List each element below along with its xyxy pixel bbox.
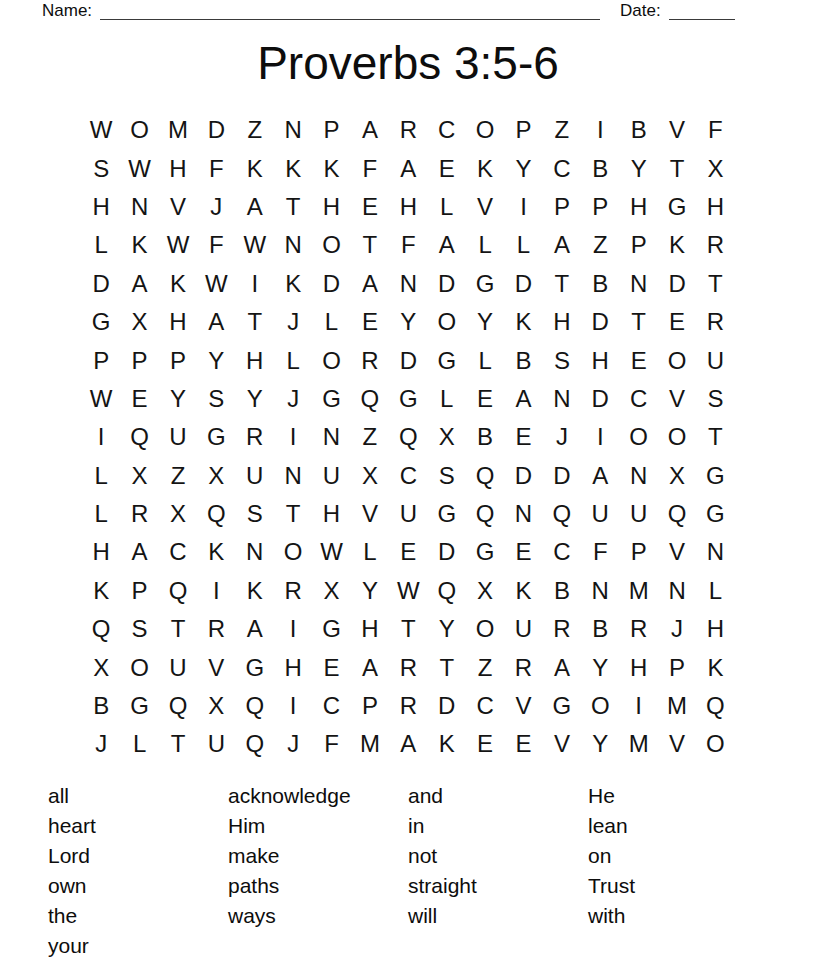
grid-cell-r9c1[interactable]: I	[82, 418, 120, 456]
word-item: and	[408, 781, 588, 811]
grid-cell-r12c8[interactable]: L	[351, 533, 389, 571]
grid-cell-r2c14[interactable]: B	[581, 149, 619, 187]
name-write-in-line	[100, 4, 600, 20]
grid-cell-r9c7[interactable]: N	[312, 418, 350, 456]
grid-cell-r6c3[interactable]: H	[159, 303, 197, 341]
grid-cell-r10c16[interactable]: X	[658, 457, 696, 495]
grid-cell-r15c3[interactable]: U	[159, 648, 197, 686]
grid-cell-r3c17[interactable]: H	[696, 188, 734, 226]
grid-cell-r16c13[interactable]: G	[543, 687, 581, 725]
grid-cell-r15c9[interactable]: R	[389, 648, 427, 686]
grid-cell-r8c4[interactable]: S	[197, 380, 235, 418]
grid-cell-r16c17[interactable]: Q	[696, 687, 734, 725]
grid-cell-r17c10[interactable]: K	[428, 725, 466, 763]
grid-cell-r15c14[interactable]: Y	[581, 648, 619, 686]
grid-cell-r8c10[interactable]: L	[428, 380, 466, 418]
grid-cell-r12c15[interactable]: P	[619, 533, 657, 571]
grid-cell-r13c17[interactable]: L	[696, 572, 734, 610]
grid-cell-r5c6[interactable]: K	[274, 265, 312, 303]
grid-cell-r13c1[interactable]: K	[82, 572, 120, 610]
grid-cell-r17c14[interactable]: Y	[581, 725, 619, 763]
grid-cell-r1c2[interactable]: O	[120, 111, 158, 149]
grid-cell-r2c17[interactable]: X	[696, 149, 734, 187]
grid-cell-r16c8[interactable]: P	[351, 687, 389, 725]
grid-cell-r5c9[interactable]: N	[389, 265, 427, 303]
grid-cell-r9c9[interactable]: Q	[389, 418, 427, 456]
grid-cell-r7c5[interactable]: H	[236, 341, 274, 379]
grid-cell-r13c9[interactable]: W	[389, 572, 427, 610]
grid-cell-r9c14[interactable]: I	[581, 418, 619, 456]
grid-cell-r2c8[interactable]: F	[351, 149, 389, 187]
grid-cell-r7c16[interactable]: O	[658, 341, 696, 379]
grid-cell-r1c3[interactable]: M	[159, 111, 197, 149]
grid-cell-r4c4[interactable]: F	[197, 226, 235, 264]
grid-cell-r1c1[interactable]: W	[82, 111, 120, 149]
grid-cell-r15c13[interactable]: A	[543, 648, 581, 686]
grid-cell-r16c14[interactable]: O	[581, 687, 619, 725]
grid-cell-r1c11[interactable]: O	[466, 111, 504, 149]
grid-cell-r3c5[interactable]: A	[236, 188, 274, 226]
grid-cell-r10c11[interactable]: Q	[466, 457, 504, 495]
grid-cell-r10c2[interactable]: X	[120, 457, 158, 495]
grid-cell-r1c16[interactable]: V	[658, 111, 696, 149]
grid-cell-r5c7[interactable]: D	[312, 265, 350, 303]
grid-cell-r11c10[interactable]: G	[428, 495, 466, 533]
grid-cell-r12c3[interactable]: C	[159, 533, 197, 571]
grid-cell-r2c3[interactable]: H	[159, 149, 197, 187]
grid-cell-r5c10[interactable]: D	[428, 265, 466, 303]
grid-cell-r14c12[interactable]: U	[504, 610, 542, 648]
grid-cell-r2c6[interactable]: K	[274, 149, 312, 187]
grid-cell-r13c14[interactable]: N	[581, 572, 619, 610]
grid-cell-r3c1[interactable]: H	[82, 188, 120, 226]
grid-cell-r6c4[interactable]: A	[197, 303, 235, 341]
grid-cell-r8c3[interactable]: Y	[159, 380, 197, 418]
grid-cell-r14c8[interactable]: H	[351, 610, 389, 648]
grid-cell-r14c9[interactable]: T	[389, 610, 427, 648]
grid-cell-r8c15[interactable]: C	[619, 380, 657, 418]
grid-cell-r8c8[interactable]: Q	[351, 380, 389, 418]
grid-cell-r14c17[interactable]: H	[696, 610, 734, 648]
word-item: your	[48, 931, 228, 957]
grid-cell-r14c6[interactable]: I	[274, 610, 312, 648]
grid-cell-r11c13[interactable]: Q	[543, 495, 581, 533]
grid-cell-r11c16[interactable]: Q	[658, 495, 696, 533]
grid-cell-r3c12[interactable]: I	[504, 188, 542, 226]
grid-cell-r13c15[interactable]: M	[619, 572, 657, 610]
grid-cell-r6c13[interactable]: H	[543, 303, 581, 341]
grid-cell-r14c1[interactable]: Q	[82, 610, 120, 648]
grid-cell-r4c6[interactable]: N	[274, 226, 312, 264]
grid-cell-r5c14[interactable]: B	[581, 265, 619, 303]
grid-cell-r5c11[interactable]: G	[466, 265, 504, 303]
grid-cell-r13c3[interactable]: Q	[159, 572, 197, 610]
grid-cell-r7c11[interactable]: L	[466, 341, 504, 379]
grid-cell-r17c12[interactable]: E	[504, 725, 542, 763]
grid-cell-r4c1[interactable]: L	[82, 226, 120, 264]
grid-cell-r15c10[interactable]: T	[428, 648, 466, 686]
grid-cell-r15c15[interactable]: H	[619, 648, 657, 686]
grid-cell-r3c15[interactable]: H	[619, 188, 657, 226]
grid-cell-r5c12[interactable]: D	[504, 265, 542, 303]
grid-cell-r6c2[interactable]: X	[120, 303, 158, 341]
grid-cell-r13c2[interactable]: P	[120, 572, 158, 610]
grid-cell-r1c10[interactable]: C	[428, 111, 466, 149]
grid-cell-r5c16[interactable]: D	[658, 265, 696, 303]
grid-cell-r2c5[interactable]: K	[236, 149, 274, 187]
grid-cell-r9c16[interactable]: O	[658, 418, 696, 456]
grid-cell-r8c7[interactable]: G	[312, 380, 350, 418]
grid-cell-r3c9[interactable]: H	[389, 188, 427, 226]
grid-cell-r3c8[interactable]: E	[351, 188, 389, 226]
grid-cell-r10c13[interactable]: D	[543, 457, 581, 495]
grid-cell-r11c14[interactable]: U	[581, 495, 619, 533]
grid-cell-r13c16[interactable]: N	[658, 572, 696, 610]
grid-cell-r9c3[interactable]: U	[159, 418, 197, 456]
grid-cell-r11c2[interactable]: R	[120, 495, 158, 533]
grid-cell-r12c6[interactable]: O	[274, 533, 312, 571]
grid-cell-r8c1[interactable]: W	[82, 380, 120, 418]
grid-cell-r17c13[interactable]: V	[543, 725, 581, 763]
grid-cell-r4c13[interactable]: A	[543, 226, 581, 264]
grid-cell-r2c9[interactable]: A	[389, 149, 427, 187]
grid-cell-r3c11[interactable]: V	[466, 188, 504, 226]
grid-cell-r16c6[interactable]: I	[274, 687, 312, 725]
grid-cell-r5c4[interactable]: W	[197, 265, 235, 303]
grid-cell-r9c11[interactable]: B	[466, 418, 504, 456]
grid-cell-r4c7[interactable]: O	[312, 226, 350, 264]
grid-cell-r17c5[interactable]: Q	[236, 725, 274, 763]
word-item: paths	[228, 871, 408, 901]
grid-cell-r17c9[interactable]: A	[389, 725, 427, 763]
grid-cell-r12c14[interactable]: F	[581, 533, 619, 571]
grid-cell-r5c17[interactable]: T	[696, 265, 734, 303]
grid-cell-r6c10[interactable]: O	[428, 303, 466, 341]
grid-cell-r6c6[interactable]: J	[274, 303, 312, 341]
grid-cell-r4c11[interactable]: L	[466, 226, 504, 264]
grid-cell-r10c9[interactable]: C	[389, 457, 427, 495]
grid-cell-r11c4[interactable]: Q	[197, 495, 235, 533]
grid-cell-r14c15[interactable]: R	[619, 610, 657, 648]
name-label: Name:	[42, 2, 92, 20]
grid-cell-r3c16[interactable]: G	[658, 188, 696, 226]
grid-cell-r2c16[interactable]: T	[658, 149, 696, 187]
grid-cell-r17c6[interactable]: J	[274, 725, 312, 763]
grid-cell-r14c11[interactable]: O	[466, 610, 504, 648]
grid-cell-r2c11[interactable]: K	[466, 149, 504, 187]
grid-cell-r10c3[interactable]: Z	[159, 457, 197, 495]
grid-cell-r1c14[interactable]: I	[581, 111, 619, 149]
grid-cell-r7c15[interactable]: E	[619, 341, 657, 379]
grid-cell-r15c17[interactable]: K	[696, 648, 734, 686]
grid-cell-r11c12[interactable]: N	[504, 495, 542, 533]
grid-cell-r14c5[interactable]: A	[236, 610, 274, 648]
grid-cell-r14c10[interactable]: Y	[428, 610, 466, 648]
grid-cell-r16c9[interactable]: R	[389, 687, 427, 725]
grid-cell-r16c15[interactable]: I	[619, 687, 657, 725]
grid-cell-r10c14[interactable]: A	[581, 457, 619, 495]
grid-cell-r16c10[interactable]: D	[428, 687, 466, 725]
grid-cell-r15c12[interactable]: R	[504, 648, 542, 686]
grid-cell-r12c16[interactable]: V	[658, 533, 696, 571]
grid-cell-r2c12[interactable]: Y	[504, 149, 542, 187]
grid-cell-r7c7[interactable]: O	[312, 341, 350, 379]
grid-cell-r4c2[interactable]: K	[120, 226, 158, 264]
grid-cell-r2c15[interactable]: Y	[619, 149, 657, 187]
grid-cell-r4c12[interactable]: L	[504, 226, 542, 264]
grid-cell-r8c16[interactable]: V	[658, 380, 696, 418]
grid-cell-r5c5[interactable]: I	[236, 265, 274, 303]
grid-cell-r10c15[interactable]: N	[619, 457, 657, 495]
grid-cell-r7c2[interactable]: P	[120, 341, 158, 379]
grid-cell-r13c7[interactable]: X	[312, 572, 350, 610]
grid-cell-r9c4[interactable]: G	[197, 418, 235, 456]
grid-cell-r17c2[interactable]: L	[120, 725, 158, 763]
grid-cell-r7c12[interactable]: B	[504, 341, 542, 379]
grid-cell-r6c7[interactable]: L	[312, 303, 350, 341]
grid-cell-r14c16[interactable]: J	[658, 610, 696, 648]
grid-cell-r13c6[interactable]: R	[274, 572, 312, 610]
grid-cell-r16c4[interactable]: X	[197, 687, 235, 725]
grid-cell-r13c8[interactable]: Y	[351, 572, 389, 610]
grid-cell-r8c17[interactable]: S	[696, 380, 734, 418]
grid-cell-r2c4[interactable]: F	[197, 149, 235, 187]
grid-cell-r16c12[interactable]: V	[504, 687, 542, 725]
grid-cell-r5c2[interactable]: A	[120, 265, 158, 303]
grid-cell-r3c2[interactable]: N	[120, 188, 158, 226]
grid-cell-r8c11[interactable]: E	[466, 380, 504, 418]
grid-cell-r3c10[interactable]: L	[428, 188, 466, 226]
grid-cell-r14c2[interactable]: S	[120, 610, 158, 648]
grid-cell-r9c12[interactable]: E	[504, 418, 542, 456]
grid-cell-r1c7[interactable]: P	[312, 111, 350, 149]
grid-cell-r5c3[interactable]: K	[159, 265, 197, 303]
grid-cell-r8c2[interactable]: E	[120, 380, 158, 418]
grid-cell-r8c6[interactable]: J	[274, 380, 312, 418]
grid-cell-r1c13[interactable]: Z	[543, 111, 581, 149]
grid-cell-r13c4[interactable]: I	[197, 572, 235, 610]
grid-cell-r10c17[interactable]: G	[696, 457, 734, 495]
grid-cell-r6c11[interactable]: Y	[466, 303, 504, 341]
grid-cell-r14c7[interactable]: G	[312, 610, 350, 648]
grid-cell-r1c9[interactable]: R	[389, 111, 427, 149]
grid-cell-r16c7[interactable]: C	[312, 687, 350, 725]
grid-cell-r7c1[interactable]: P	[82, 341, 120, 379]
grid-cell-r3c4[interactable]: J	[197, 188, 235, 226]
grid-cell-r8c13[interactable]: N	[543, 380, 581, 418]
grid-cell-r8c9[interactable]: G	[389, 380, 427, 418]
grid-cell-r15c8[interactable]: A	[351, 648, 389, 686]
grid-cell-r9c5[interactable]: R	[236, 418, 274, 456]
grid-cell-r1c12[interactable]: P	[504, 111, 542, 149]
grid-cell-r15c11[interactable]: Z	[466, 648, 504, 686]
grid-cell-r2c13[interactable]: C	[543, 149, 581, 187]
grid-cell-r16c16[interactable]: M	[658, 687, 696, 725]
grid-cell-r17c15[interactable]: M	[619, 725, 657, 763]
grid-cell-r4c10[interactable]: A	[428, 226, 466, 264]
grid-cell-r2c7[interactable]: K	[312, 149, 350, 187]
grid-cell-r3c13[interactable]: P	[543, 188, 581, 226]
grid-cell-r12c5[interactable]: N	[236, 533, 274, 571]
word-item: He	[588, 781, 768, 811]
grid-cell-r6c15[interactable]: T	[619, 303, 657, 341]
grid-cell-r9c2[interactable]: Q	[120, 418, 158, 456]
grid-cell-r1c6[interactable]: N	[274, 111, 312, 149]
grid-cell-r8c12[interactable]: A	[504, 380, 542, 418]
word-list-column-4: HeleanonTrustwith	[588, 781, 768, 957]
grid-cell-r15c5[interactable]: G	[236, 648, 274, 686]
grid-cell-r13c12[interactable]: K	[504, 572, 542, 610]
grid-cell-r7c4[interactable]: Y	[197, 341, 235, 379]
grid-cell-r15c6[interactable]: H	[274, 648, 312, 686]
grid-cell-r2c10[interactable]: E	[428, 149, 466, 187]
grid-cell-r1c15[interactable]: B	[619, 111, 657, 149]
grid-cell-r3c6[interactable]: T	[274, 188, 312, 226]
grid-cell-r9c10[interactable]: X	[428, 418, 466, 456]
grid-cell-r10c6[interactable]: N	[274, 457, 312, 495]
grid-cell-r6c14[interactable]: D	[581, 303, 619, 341]
grid-cell-r12c7[interactable]: W	[312, 533, 350, 571]
grid-cell-r17c8[interactable]: M	[351, 725, 389, 763]
grid-cell-r16c1[interactable]: B	[82, 687, 120, 725]
grid-cell-r7c8[interactable]: R	[351, 341, 389, 379]
grid-cell-r4c3[interactable]: W	[159, 226, 197, 264]
grid-cell-r8c5[interactable]: Y	[236, 380, 274, 418]
grid-cell-r12c1[interactable]: H	[82, 533, 120, 571]
grid-cell-r16c11[interactable]: C	[466, 687, 504, 725]
grid-cell-r11c3[interactable]: X	[159, 495, 197, 533]
grid-cell-r7c3[interactable]: P	[159, 341, 197, 379]
grid-cell-r4c16[interactable]: K	[658, 226, 696, 264]
grid-cell-r15c7[interactable]: E	[312, 648, 350, 686]
grid-cell-r11c7[interactable]: H	[312, 495, 350, 533]
grid-cell-r4c17[interactable]: R	[696, 226, 734, 264]
grid-cell-r17c11[interactable]: E	[466, 725, 504, 763]
grid-cell-r5c13[interactable]: T	[543, 265, 581, 303]
grid-cell-r1c4[interactable]: D	[197, 111, 235, 149]
grid-cell-r1c17[interactable]: F	[696, 111, 734, 149]
grid-cell-r8c14[interactable]: D	[581, 380, 619, 418]
grid-cell-r17c3[interactable]: T	[159, 725, 197, 763]
grid-cell-r14c14[interactable]: B	[581, 610, 619, 648]
grid-cell-r5c15[interactable]: N	[619, 265, 657, 303]
grid-cell-r7c14[interactable]: H	[581, 341, 619, 379]
grid-cell-r11c9[interactable]: U	[389, 495, 427, 533]
grid-cell-r12c11[interactable]: G	[466, 533, 504, 571]
grid-cell-r11c15[interactable]: U	[619, 495, 657, 533]
grid-cell-r7c13[interactable]: S	[543, 341, 581, 379]
grid-cell-r15c16[interactable]: P	[658, 648, 696, 686]
grid-cell-r10c8[interactable]: X	[351, 457, 389, 495]
grid-cell-r11c6[interactable]: T	[274, 495, 312, 533]
grid-cell-r14c13[interactable]: R	[543, 610, 581, 648]
grid-cell-r10c7[interactable]: U	[312, 457, 350, 495]
grid-cell-r2c2[interactable]: W	[120, 149, 158, 187]
grid-cell-r17c17[interactable]: O	[696, 725, 734, 763]
grid-cell-r11c1[interactable]: L	[82, 495, 120, 533]
grid-cell-r17c1[interactable]: J	[82, 725, 120, 763]
grid-cell-r3c14[interactable]: P	[581, 188, 619, 226]
grid-cell-r10c12[interactable]: D	[504, 457, 542, 495]
grid-cell-r16c2[interactable]: G	[120, 687, 158, 725]
grid-cell-r4c5[interactable]: W	[236, 226, 274, 264]
grid-cell-r7c9[interactable]: D	[389, 341, 427, 379]
grid-cell-r15c4[interactable]: V	[197, 648, 235, 686]
grid-cell-r9c17[interactable]: T	[696, 418, 734, 456]
grid-cell-r10c1[interactable]: L	[82, 457, 120, 495]
grid-cell-r10c10[interactable]: S	[428, 457, 466, 495]
grid-cell-r11c11[interactable]: Q	[466, 495, 504, 533]
grid-cell-r2c1[interactable]: S	[82, 149, 120, 187]
grid-cell-r13c5[interactable]: K	[236, 572, 274, 610]
grid-cell-r11c8[interactable]: V	[351, 495, 389, 533]
grid-cell-r15c1[interactable]: X	[82, 648, 120, 686]
worksheet-header: Name: Date:	[42, 0, 745, 20]
grid-cell-r12c13[interactable]: C	[543, 533, 581, 571]
grid-cell-r3c7[interactable]: H	[312, 188, 350, 226]
grid-cell-r4c8[interactable]: T	[351, 226, 389, 264]
grid-cell-r7c10[interactable]: G	[428, 341, 466, 379]
grid-cell-r6c12[interactable]: K	[504, 303, 542, 341]
grid-cell-r5c1[interactable]: D	[82, 265, 120, 303]
grid-cell-r4c9[interactable]: F	[389, 226, 427, 264]
grid-cell-r6c16[interactable]: E	[658, 303, 696, 341]
word-list-column-2: acknowledgeHimmakepathsways	[228, 781, 408, 957]
grid-cell-r12c12[interactable]: E	[504, 533, 542, 571]
word-item: will	[408, 901, 588, 931]
grid-cell-r9c6[interactable]: I	[274, 418, 312, 456]
grid-cell-r9c15[interactable]: O	[619, 418, 657, 456]
grid-cell-r6c1[interactable]: G	[82, 303, 120, 341]
grid-cell-r7c6[interactable]: L	[274, 341, 312, 379]
grid-cell-r7c17[interactable]: U	[696, 341, 734, 379]
grid-cell-r14c4[interactable]: R	[197, 610, 235, 648]
grid-cell-r13c11[interactable]: X	[466, 572, 504, 610]
grid-cell-r17c4[interactable]: U	[197, 725, 235, 763]
grid-cell-r6c17[interactable]: R	[696, 303, 734, 341]
grid-cell-r12c17[interactable]: N	[696, 533, 734, 571]
grid-cell-r12c2[interactable]: A	[120, 533, 158, 571]
grid-cell-r13c10[interactable]: Q	[428, 572, 466, 610]
grid-cell-r12c10[interactable]: D	[428, 533, 466, 571]
grid-cell-r1c8[interactable]: A	[351, 111, 389, 149]
grid-cell-r6c8[interactable]: E	[351, 303, 389, 341]
grid-cell-r16c3[interactable]: Q	[159, 687, 197, 725]
grid-cell-r1c5[interactable]: Z	[236, 111, 274, 149]
grid-cell-r10c4[interactable]: X	[197, 457, 235, 495]
grid-cell-r12c4[interactable]: K	[197, 533, 235, 571]
grid-cell-r9c13[interactable]: J	[543, 418, 581, 456]
grid-cell-r17c16[interactable]: V	[658, 725, 696, 763]
grid-cell-r16c5[interactable]: Q	[236, 687, 274, 725]
grid-cell-r6c5[interactable]: T	[236, 303, 274, 341]
grid-cell-r9c8[interactable]: Z	[351, 418, 389, 456]
grid-cell-r12c9[interactable]: E	[389, 533, 427, 571]
grid-cell-r15c2[interactable]: O	[120, 648, 158, 686]
grid-cell-r4c14[interactable]: Z	[581, 226, 619, 264]
word-item: in	[408, 811, 588, 841]
grid-cell-r17c7[interactable]: F	[312, 725, 350, 763]
grid-cell-r3c3[interactable]: V	[159, 188, 197, 226]
grid-cell-r10c5[interactable]: U	[236, 457, 274, 495]
grid-cell-r14c3[interactable]: T	[159, 610, 197, 648]
grid-cell-r11c5[interactable]: S	[236, 495, 274, 533]
grid-cell-r4c15[interactable]: P	[619, 226, 657, 264]
grid-cell-r13c13[interactable]: B	[543, 572, 581, 610]
grid-cell-r11c17[interactable]: G	[696, 495, 734, 533]
grid-cell-r6c9[interactable]: Y	[389, 303, 427, 341]
grid-cell-r5c8[interactable]: A	[351, 265, 389, 303]
